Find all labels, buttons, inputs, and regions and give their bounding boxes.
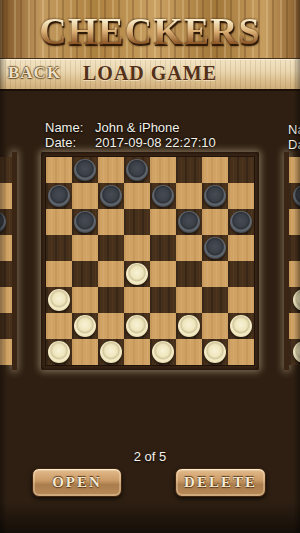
square-r4c1 [72, 261, 98, 287]
square-r7c4 [150, 339, 176, 365]
left-peek-square-r3 [0, 235, 12, 261]
square-r7c2 [98, 339, 124, 365]
square-r6c5 [176, 313, 202, 339]
black-piece [152, 185, 174, 207]
app-title: CHECKERS [39, 8, 260, 50]
left-peek-square-r7 [0, 339, 12, 365]
left-peek-board [0, 157, 12, 365]
board-preview-frame [41, 152, 259, 370]
white-piece [230, 315, 252, 337]
square-r6c3 [124, 313, 150, 339]
square-r5c7 [228, 287, 254, 313]
right-peek-square-r7 [289, 339, 300, 365]
black-piece [204, 185, 226, 207]
square-r3c5 [176, 235, 202, 261]
square-r4c4 [150, 261, 176, 287]
square-r6c0 [46, 313, 72, 339]
square-r5c0 [46, 287, 72, 313]
square-r3c0 [46, 235, 72, 261]
square-r7c7 [228, 339, 254, 365]
square-r1c0 [46, 183, 72, 209]
saved-game-name-row: Name: John & iPhone [45, 120, 265, 135]
square-r6c7 [228, 313, 254, 339]
square-r1c4 [150, 183, 176, 209]
app-window: CHECKERS BACK LOAD GAME Name: John & iPh… [0, 0, 300, 533]
square-r2c2 [98, 209, 124, 235]
white-piece [74, 315, 96, 337]
black-piece [293, 185, 300, 207]
right-peek-square-r0 [289, 157, 300, 183]
square-r3c4 [150, 235, 176, 261]
square-r5c1 [72, 287, 98, 313]
square-r4c6 [202, 261, 228, 287]
right-peek-board [289, 157, 300, 365]
white-piece [48, 341, 70, 363]
square-r1c6 [202, 183, 228, 209]
back-button[interactable]: BACK [8, 63, 61, 83]
black-piece [230, 211, 252, 233]
right-peek-square-r5 [289, 287, 300, 313]
square-r4c2 [98, 261, 124, 287]
date-label: Date: [45, 135, 95, 150]
white-piece [126, 263, 148, 285]
square-r5c4 [150, 287, 176, 313]
square-r4c3 [124, 261, 150, 287]
square-r0c4 [150, 157, 176, 183]
pagination-text: 2 of 5 [0, 449, 300, 464]
square-r7c0 [46, 339, 72, 365]
white-piece [100, 341, 122, 363]
square-r3c6 [202, 235, 228, 261]
delete-button[interactable]: DELETE [175, 468, 266, 497]
left-peek-square-r5 [0, 287, 12, 313]
date-value: 2017-09-08 22:27:10 [95, 135, 216, 150]
square-r1c7 [228, 183, 254, 209]
square-r2c6 [202, 209, 228, 235]
black-piece [126, 159, 148, 181]
page-title: LOAD GAME [83, 62, 217, 85]
square-r2c1 [72, 209, 98, 235]
white-piece [126, 315, 148, 337]
square-r1c2 [98, 183, 124, 209]
left-peek-square-r4 [0, 261, 12, 287]
left-peek-square-r1 [0, 183, 12, 209]
next-item-date-label-partial: Da [288, 137, 300, 152]
square-r6c1 [72, 313, 98, 339]
square-r4c7 [228, 261, 254, 287]
white-piece [48, 289, 70, 311]
square-r6c6 [202, 313, 228, 339]
square-r6c2 [98, 313, 124, 339]
square-r4c0 [46, 261, 72, 287]
black-piece [74, 159, 96, 181]
white-piece [293, 341, 300, 363]
open-button[interactable]: OPEN [32, 468, 122, 497]
left-peek-square-r2 [0, 209, 12, 235]
square-r2c7 [228, 209, 254, 235]
square-r3c2 [98, 235, 124, 261]
square-r5c3 [124, 287, 150, 313]
checkers-board [46, 157, 254, 365]
square-r2c5 [176, 209, 202, 235]
square-r4c5 [176, 261, 202, 287]
square-r1c1 [72, 183, 98, 209]
right-peek-square-r3 [289, 235, 300, 261]
square-r1c5 [176, 183, 202, 209]
square-r0c3 [124, 157, 150, 183]
square-r7c6 [202, 339, 228, 365]
title-banner: CHECKERS [0, 0, 300, 58]
white-piece [152, 341, 174, 363]
right-peek-square-r6 [289, 313, 300, 339]
black-piece [0, 211, 6, 233]
square-r7c1 [72, 339, 98, 365]
black-piece [204, 237, 226, 259]
square-r2c3 [124, 209, 150, 235]
square-r5c5 [176, 287, 202, 313]
left-peek-square-r0 [0, 157, 12, 183]
square-r0c5 [176, 157, 202, 183]
square-r0c7 [228, 157, 254, 183]
white-piece [178, 315, 200, 337]
square-r0c1 [72, 157, 98, 183]
square-r7c3 [124, 339, 150, 365]
square-r3c3 [124, 235, 150, 261]
left-peek-board-frame [12, 152, 17, 370]
next-item-name-label-partial: Na [288, 122, 300, 137]
square-r2c4 [150, 209, 176, 235]
white-piece [293, 289, 300, 311]
square-r5c2 [98, 287, 124, 313]
square-r0c0 [46, 157, 72, 183]
square-r1c3 [124, 183, 150, 209]
square-r3c1 [72, 235, 98, 261]
square-r6c4 [150, 313, 176, 339]
square-r0c2 [98, 157, 124, 183]
square-r5c6 [202, 287, 228, 313]
right-peek-square-r2 [289, 209, 300, 235]
name-label: Name: [45, 120, 95, 135]
saved-game-date-row: Date: 2017-09-08 22:27:10 [45, 135, 265, 150]
black-piece [178, 211, 200, 233]
square-r2c0 [46, 209, 72, 235]
nav-bar: BACK LOAD GAME [0, 58, 300, 91]
black-piece [48, 185, 70, 207]
square-r7c5 [176, 339, 202, 365]
square-r0c6 [202, 157, 228, 183]
left-peek-square-r6 [0, 313, 12, 339]
black-piece [74, 211, 96, 233]
square-r3c7 [228, 235, 254, 261]
name-value: John & iPhone [95, 120, 180, 135]
right-peek-square-r1 [289, 183, 300, 209]
black-piece [100, 185, 122, 207]
right-peek-square-r4 [289, 261, 300, 287]
white-piece [204, 341, 226, 363]
